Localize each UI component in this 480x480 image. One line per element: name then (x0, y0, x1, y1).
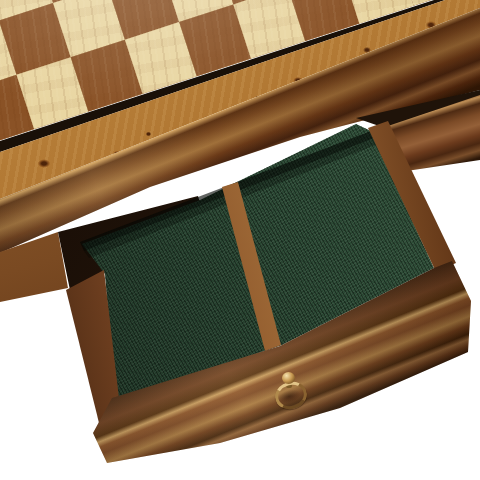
board-square (162, 0, 234, 22)
product-photo (0, 0, 480, 480)
board-square (35, 0, 107, 3)
board-square (0, 3, 71, 75)
board-square (107, 0, 179, 40)
board-square (0, 21, 17, 93)
handle-knob (282, 372, 295, 384)
board-square (53, 0, 125, 57)
board-square (216, 0, 288, 4)
wood-knot (36, 158, 52, 169)
board-square (0, 0, 53, 21)
wood-knot (145, 131, 152, 137)
